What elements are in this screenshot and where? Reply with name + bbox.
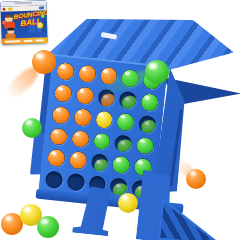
box-logo-badge bbox=[7, 7, 12, 10]
box-logo-red-dot bbox=[2, 8, 5, 11]
rolling-green-ball bbox=[145, 60, 169, 84]
floor-green-ball bbox=[37, 216, 59, 238]
left-green-ball bbox=[22, 118, 42, 138]
bouncing-orange-ball bbox=[186, 169, 206, 189]
center-yellow-ball bbox=[118, 193, 138, 213]
flying-orange-ball bbox=[32, 50, 56, 74]
